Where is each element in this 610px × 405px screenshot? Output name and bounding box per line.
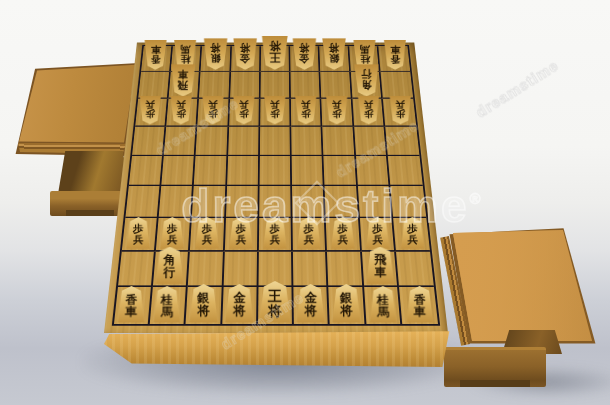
board-cell: 歩兵 (383, 99, 417, 127)
piece-kanji: 歩兵 (270, 224, 280, 245)
board-cell (323, 127, 356, 156)
shogi-piece-gote-pawn: 歩兵 (170, 95, 193, 124)
shogi-piece-gote-silver: 銀将 (202, 38, 228, 69)
piece-kanji: 歩兵 (372, 224, 383, 245)
board-cell: 銀将 (186, 287, 223, 324)
shogi-piece-sente-silver: 銀将 (331, 284, 362, 322)
board-grid: 香車桂馬銀将金将王将金将銀将桂馬香車飛車角行歩兵歩兵歩兵歩兵歩兵歩兵歩兵歩兵歩兵… (112, 45, 440, 326)
board-cell (129, 156, 164, 187)
shogi-piece-gote-pawn: 歩兵 (201, 95, 224, 124)
piece-kanji: 歩兵 (270, 99, 279, 118)
board-cell (291, 72, 322, 99)
board-cell: 歩兵 (135, 99, 169, 127)
board-cell (192, 186, 227, 218)
board-cell: 歩兵 (326, 218, 362, 252)
board-cell: 歩兵 (359, 218, 395, 252)
board-cell: 桂馬 (150, 287, 188, 324)
piece-kanji: 香車 (414, 293, 426, 317)
board-cell (164, 127, 198, 156)
shogi-board: 香車桂馬銀将金将王将金将銀将桂馬香車飛車角行歩兵歩兵歩兵歩兵歩兵歩兵歩兵歩兵歩兵… (104, 42, 448, 333)
piece-kanji: 歩兵 (363, 99, 373, 118)
board-cell (228, 127, 260, 156)
board-cell (321, 72, 353, 99)
board-cell: 王将 (261, 46, 291, 72)
board-cell (227, 156, 260, 187)
piece-kanji: 角行 (164, 254, 176, 279)
piece-kanji: 歩兵 (177, 99, 187, 118)
board-cell: 香車 (399, 287, 438, 324)
shogi-piece-sente-pawn: 歩兵 (262, 217, 287, 249)
board-cell: 歩兵 (224, 218, 259, 252)
board-cell: 飛車 (362, 252, 399, 287)
piece-kanji: 歩兵 (167, 224, 178, 245)
board-cell: 歩兵 (259, 218, 293, 252)
piece-kanji: 銀将 (197, 292, 210, 317)
board-cell (380, 72, 413, 99)
piece-kanji: 飛車 (178, 68, 189, 89)
board-cell (325, 186, 360, 218)
piece-kanji: 王将 (268, 289, 282, 317)
board-cell (188, 252, 224, 287)
shogi-piece-gote-pawn: 歩兵 (139, 95, 163, 124)
piece-kanji: 桂馬 (161, 293, 173, 317)
board-cell: 桂馬 (364, 287, 402, 324)
shogi-piece-sente-pawn: 歩兵 (400, 217, 426, 249)
board-cell (259, 186, 292, 218)
shogi-piece-gote-bishop: 角行 (353, 64, 379, 96)
board-cell (260, 72, 291, 99)
board-cell (292, 186, 326, 218)
piece-kanji: 金将 (233, 292, 245, 317)
board-cell (260, 127, 292, 156)
board-front-face (104, 331, 450, 368)
piece-kanji: 歩兵 (236, 224, 246, 245)
board-cell: 歩兵 (198, 99, 230, 127)
board-cell (385, 127, 419, 156)
piece-kanji: 金将 (299, 42, 309, 63)
shogi-piece-sente-gold: 金将 (295, 284, 326, 322)
board-cell (118, 252, 156, 287)
board-cell (356, 156, 391, 187)
board-cell: 歩兵 (156, 218, 192, 252)
board-cell: 歩兵 (229, 99, 261, 127)
piece-kanji: 歩兵 (145, 99, 155, 118)
shogi-piece-gote-pawn: 歩兵 (263, 95, 286, 124)
board-cell (327, 252, 363, 287)
scene: 香車桂馬銀将金将王将金将銀将桂馬香車飛車角行歩兵歩兵歩兵歩兵歩兵歩兵歩兵歩兵歩兵… (0, 0, 610, 405)
shogi-piece-sente-knight: 桂馬 (368, 286, 397, 322)
shogi-piece-gote-lance: 香車 (143, 40, 167, 70)
shogi-piece-gote-gold: 金将 (232, 38, 258, 69)
board-cell: 王将 (258, 287, 294, 324)
piece-kanji: 歩兵 (301, 99, 311, 118)
piece-kanji: 桂馬 (180, 44, 190, 64)
shogi-piece-sente-silver: 銀将 (188, 284, 219, 322)
piece-kanji: 角行 (361, 68, 372, 89)
shogi-piece-gote-pawn: 歩兵 (389, 95, 413, 124)
board-cell: 銀将 (320, 46, 351, 72)
shogi-piece-sente-king: 王将 (258, 281, 292, 322)
piece-kanji: 桂馬 (377, 293, 389, 317)
shogi-piece-sente-pawn: 歩兵 (125, 217, 151, 249)
piece-kanji: 桂馬 (359, 44, 369, 64)
piece-kanji: 歩兵 (133, 224, 144, 245)
board-cell: 金将 (231, 46, 261, 72)
piece-kanji: 歩兵 (208, 99, 218, 118)
shogi-piece-sente-pawn: 歩兵 (330, 217, 356, 249)
piece-kanji: 香車 (125, 293, 137, 317)
board-cell: 香車 (114, 287, 153, 324)
shogi-piece-sente-bishop: 角行 (155, 247, 185, 284)
piece-kanji: 歩兵 (304, 224, 314, 245)
board-cell: 飛車 (169, 72, 201, 99)
board-cell (125, 186, 161, 218)
piece-kanji: 金将 (240, 42, 250, 63)
piece-kanji: 金将 (305, 292, 317, 317)
board-cell (161, 156, 195, 187)
shogi-piece-sente-lance: 香車 (405, 286, 434, 322)
board-cell (324, 156, 358, 187)
shogi-piece-sente-pawn: 歩兵 (296, 217, 322, 249)
shogi-piece-gote-rook: 飛車 (170, 64, 196, 96)
board-cell (292, 156, 325, 187)
board-cell: 香車 (378, 46, 410, 72)
board-cell (159, 186, 194, 218)
board-cell (196, 127, 229, 156)
piece-kanji: 香車 (390, 44, 400, 64)
board-cell (388, 156, 423, 187)
board-cell (390, 186, 426, 218)
piece-kanji: 歩兵 (407, 224, 418, 245)
piece-kanji: 王将 (269, 40, 281, 63)
board-cell (223, 252, 258, 287)
board-cell (230, 72, 261, 99)
board-cell: 歩兵 (260, 99, 291, 127)
piece-kanji: 歩兵 (395, 99, 405, 118)
board-cell (354, 127, 388, 156)
piece-kanji: 飛車 (374, 254, 386, 279)
board-cell (194, 156, 228, 187)
board-cell: 歩兵 (352, 99, 385, 127)
piece-kanji: 銀将 (341, 292, 354, 317)
board-cell (259, 156, 292, 187)
board-cell: 歩兵 (322, 99, 354, 127)
board-cell: 銀将 (201, 46, 232, 72)
board-cell: 角行 (350, 72, 382, 99)
piece-kanji: 歩兵 (332, 99, 342, 118)
shogi-piece-sente-gold: 金将 (224, 284, 255, 322)
board-cell: 銀将 (329, 287, 366, 324)
board-cell: 歩兵 (291, 99, 323, 127)
shogi-piece-sente-pawn: 歩兵 (228, 217, 254, 249)
board-cell: 歩兵 (166, 99, 199, 127)
board-cell (138, 72, 171, 99)
shogi-piece-gote-gold: 金将 (292, 38, 318, 69)
board-cell: 金将 (293, 287, 329, 324)
board-cell: 金将 (222, 287, 258, 324)
shogi-piece-sente-rook: 飛車 (365, 247, 395, 284)
piece-kanji: 歩兵 (239, 99, 249, 118)
board-cell (357, 186, 392, 218)
board-cell: 角行 (153, 252, 190, 287)
board-cell (396, 252, 434, 287)
shogi-piece-gote-lance: 香車 (383, 40, 407, 70)
board-cell (226, 186, 260, 218)
shogi-piece-sente-knight: 桂馬 (153, 286, 182, 322)
board-cell (293, 252, 329, 287)
piece-kanji: 香車 (151, 44, 161, 64)
shogi-piece-gote-king: 王将 (261, 36, 289, 70)
shogi-piece-gote-pawn: 歩兵 (294, 95, 317, 124)
shogi-piece-gote-silver: 銀将 (322, 38, 348, 69)
piece-kanji: 銀将 (329, 42, 339, 63)
shogi-piece-sente-pawn: 歩兵 (160, 217, 186, 249)
shogi-piece-sente-pawn: 歩兵 (365, 217, 391, 249)
board-cell (132, 127, 166, 156)
piece-kanji: 歩兵 (201, 224, 211, 245)
board-cell: 歩兵 (393, 218, 430, 252)
board-cell: 歩兵 (122, 218, 159, 252)
piece-kanji: 銀将 (210, 42, 220, 63)
board-cell (291, 127, 323, 156)
shogi-piece-gote-pawn: 歩兵 (357, 95, 380, 124)
shogi-piece-sente-lance: 香車 (117, 286, 146, 322)
shogi-piece-sente-pawn: 歩兵 (194, 217, 220, 249)
piece-kanji: 歩兵 (338, 224, 348, 245)
board-cell: 歩兵 (190, 218, 225, 252)
board-cell: 香車 (141, 46, 173, 72)
shogi-piece-gote-pawn: 歩兵 (232, 95, 255, 124)
board-cell (199, 72, 230, 99)
shogi-piece-gote-pawn: 歩兵 (325, 95, 348, 124)
board-cell: 金将 (290, 46, 320, 72)
board-cell: 歩兵 (293, 218, 328, 252)
